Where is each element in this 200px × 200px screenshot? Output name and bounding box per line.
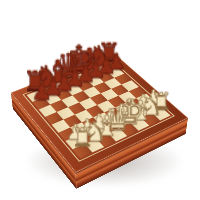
square-h1: ♜ <box>152 108 171 120</box>
chess-set-photo: ♜♞♝♛♚♝♞♜♟♟♟♟♟♟♟♟♟♟♟♟♟♟♟♟♜♞♝♛♚♝♞♜ <box>0 0 200 200</box>
piece-red-pawn: ♟ <box>108 29 125 73</box>
piece-white-pawn: ♟ <box>146 68 161 106</box>
piece-red-rook: ♜ <box>101 24 117 67</box>
